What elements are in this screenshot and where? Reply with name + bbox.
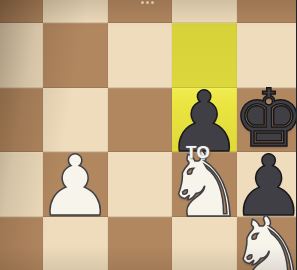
three-dots-menu-icon[interactable] [141, 1, 154, 4]
white-pawn[interactable]: ♟ [43, 154, 108, 219]
white-knight[interactable]: ♞ [172, 153, 237, 218]
board-square[interactable] [172, 0, 237, 23]
board-square[interactable] [0, 217, 43, 270]
board-square[interactable]: ♟ [43, 152, 108, 217]
board-square[interactable] [108, 23, 173, 88]
board-square[interactable] [43, 217, 108, 270]
board-square[interactable] [237, 0, 297, 23]
board-square[interactable] [43, 0, 108, 23]
board-square[interactable] [108, 0, 173, 23]
dot [141, 1, 144, 4]
board-square[interactable] [172, 217, 237, 270]
board-square[interactable] [108, 217, 173, 270]
board-square[interactable] [0, 88, 43, 153]
board-square[interactable] [0, 152, 43, 217]
board-square[interactable] [0, 23, 43, 88]
white-knight[interactable]: ♞ [237, 218, 297, 270]
dot [151, 1, 154, 4]
board-square[interactable] [0, 0, 43, 23]
chess-board-screen: ♟♚♟♞♟♞ TO [0, 0, 296, 270]
board: ♟♚♟♞♟♞ [0, 0, 296, 270]
board-square[interactable] [43, 23, 108, 88]
board-square[interactable]: ♞ [237, 217, 297, 270]
board-square[interactable] [108, 88, 173, 153]
board-square[interactable]: ♞ [172, 152, 237, 217]
dot [146, 1, 149, 4]
board-square[interactable] [108, 152, 173, 217]
